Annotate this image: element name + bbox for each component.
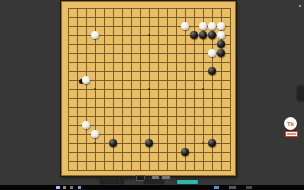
board-point[interactable] bbox=[153, 30, 162, 39]
board-point[interactable] bbox=[162, 21, 171, 30]
board-point[interactable] bbox=[207, 93, 216, 102]
board-point[interactable] bbox=[63, 3, 72, 12]
board-point[interactable] bbox=[153, 156, 162, 165]
board-point[interactable] bbox=[144, 102, 153, 111]
board-point[interactable] bbox=[108, 147, 117, 156]
board-point[interactable] bbox=[135, 111, 144, 120]
board-point[interactable] bbox=[72, 129, 81, 138]
board-point[interactable] bbox=[81, 21, 90, 30]
board-point[interactable] bbox=[126, 111, 135, 120]
board-point[interactable] bbox=[207, 39, 216, 48]
board-point[interactable] bbox=[189, 147, 198, 156]
board-point[interactable] bbox=[198, 3, 207, 12]
board-point[interactable] bbox=[144, 138, 153, 147]
board-point[interactable] bbox=[99, 3, 108, 12]
board-point[interactable] bbox=[162, 93, 171, 102]
board-point[interactable] bbox=[81, 84, 90, 93]
board-point[interactable] bbox=[153, 66, 162, 75]
board-point[interactable] bbox=[63, 93, 72, 102]
board-point[interactable] bbox=[198, 111, 207, 120]
board-point[interactable] bbox=[108, 21, 117, 30]
board-point[interactable] bbox=[171, 30, 180, 39]
board-point[interactable] bbox=[198, 165, 207, 174]
board-point[interactable] bbox=[117, 84, 126, 93]
board-point[interactable] bbox=[144, 12, 153, 21]
board-point[interactable] bbox=[207, 165, 216, 174]
board-point[interactable] bbox=[144, 57, 153, 66]
board-point[interactable] bbox=[198, 84, 207, 93]
board-point[interactable] bbox=[63, 102, 72, 111]
board-point[interactable] bbox=[135, 138, 144, 147]
board-point[interactable] bbox=[108, 111, 117, 120]
board-point[interactable] bbox=[216, 75, 225, 84]
board-point[interactable] bbox=[135, 57, 144, 66]
board-point[interactable] bbox=[99, 39, 108, 48]
board-point[interactable] bbox=[171, 66, 180, 75]
board-point[interactable] bbox=[144, 93, 153, 102]
board-point[interactable] bbox=[135, 39, 144, 48]
board-point[interactable] bbox=[144, 30, 153, 39]
board-point[interactable] bbox=[171, 120, 180, 129]
board-point[interactable] bbox=[216, 129, 225, 138]
board-point[interactable] bbox=[63, 111, 72, 120]
board-point[interactable] bbox=[99, 102, 108, 111]
board-point[interactable] bbox=[135, 21, 144, 30]
board-point[interactable] bbox=[207, 102, 216, 111]
board-point[interactable] bbox=[207, 156, 216, 165]
board-point[interactable] bbox=[81, 156, 90, 165]
board-point[interactable] bbox=[153, 12, 162, 21]
board-point[interactable] bbox=[153, 75, 162, 84]
board-point[interactable] bbox=[216, 138, 225, 147]
board-point[interactable] bbox=[180, 147, 189, 156]
board-point[interactable] bbox=[180, 102, 189, 111]
board-point[interactable] bbox=[171, 12, 180, 21]
board-point[interactable] bbox=[189, 84, 198, 93]
side-panel-handle[interactable] bbox=[297, 86, 304, 101]
board-point[interactable] bbox=[225, 21, 234, 30]
board-point[interactable] bbox=[153, 39, 162, 48]
nav-back-button[interactable] bbox=[100, 180, 124, 184]
board-point[interactable] bbox=[81, 102, 90, 111]
board-point[interactable] bbox=[63, 30, 72, 39]
board-point[interactable] bbox=[90, 165, 99, 174]
board-point[interactable] bbox=[162, 84, 171, 93]
board-point[interactable] bbox=[108, 93, 117, 102]
board-point[interactable] bbox=[135, 12, 144, 21]
board-point[interactable] bbox=[162, 75, 171, 84]
board-point[interactable] bbox=[153, 120, 162, 129]
board-point[interactable] bbox=[153, 21, 162, 30]
board-point[interactable] bbox=[171, 102, 180, 111]
board-point[interactable] bbox=[225, 39, 234, 48]
board-point[interactable] bbox=[90, 138, 99, 147]
board-point[interactable] bbox=[81, 66, 90, 75]
board-point[interactable] bbox=[144, 21, 153, 30]
board-point[interactable] bbox=[171, 57, 180, 66]
board-point[interactable] bbox=[81, 147, 90, 156]
board-point[interactable] bbox=[162, 165, 171, 174]
board-point[interactable] bbox=[171, 84, 180, 93]
board-point[interactable] bbox=[126, 93, 135, 102]
board-point[interactable] bbox=[135, 30, 144, 39]
board-point[interactable] bbox=[126, 138, 135, 147]
board-point[interactable] bbox=[225, 165, 234, 174]
board-point[interactable] bbox=[225, 93, 234, 102]
board-point[interactable] bbox=[207, 48, 216, 57]
board-point[interactable] bbox=[162, 39, 171, 48]
board-point[interactable] bbox=[207, 84, 216, 93]
board-point[interactable] bbox=[189, 75, 198, 84]
board-point[interactable] bbox=[198, 93, 207, 102]
board-point[interactable] bbox=[162, 12, 171, 21]
taskbar-item[interactable] bbox=[56, 186, 60, 189]
board-point[interactable] bbox=[72, 165, 81, 174]
board-point[interactable] bbox=[225, 30, 234, 39]
board-point[interactable] bbox=[108, 165, 117, 174]
board-point[interactable] bbox=[63, 165, 72, 174]
board-point[interactable] bbox=[144, 3, 153, 12]
board-point[interactable] bbox=[108, 66, 117, 75]
board-point[interactable] bbox=[198, 75, 207, 84]
board-point[interactable] bbox=[90, 21, 99, 30]
board-point[interactable] bbox=[81, 30, 90, 39]
board-point[interactable] bbox=[180, 48, 189, 57]
board-point[interactable] bbox=[180, 66, 189, 75]
board-point[interactable] bbox=[99, 84, 108, 93]
board-point[interactable] bbox=[144, 129, 153, 138]
board-point[interactable] bbox=[225, 3, 234, 12]
board-point[interactable] bbox=[153, 84, 162, 93]
board-point[interactable] bbox=[135, 156, 144, 165]
board-point[interactable] bbox=[126, 39, 135, 48]
board-point[interactable] bbox=[225, 129, 234, 138]
board-point[interactable] bbox=[72, 138, 81, 147]
board-point[interactable] bbox=[153, 111, 162, 120]
board-point[interactable] bbox=[108, 129, 117, 138]
board-point[interactable] bbox=[63, 48, 72, 57]
board-point[interactable] bbox=[90, 30, 99, 39]
board-point[interactable] bbox=[126, 147, 135, 156]
board-point[interactable] bbox=[225, 48, 234, 57]
board-point[interactable] bbox=[126, 84, 135, 93]
board-point[interactable] bbox=[72, 156, 81, 165]
board-point[interactable] bbox=[216, 111, 225, 120]
board-point[interactable] bbox=[99, 147, 108, 156]
board-point[interactable] bbox=[198, 48, 207, 57]
board-point[interactable] bbox=[207, 30, 216, 39]
board-point[interactable] bbox=[198, 129, 207, 138]
board-point[interactable] bbox=[72, 111, 81, 120]
board-point[interactable] bbox=[81, 57, 90, 66]
board-point[interactable] bbox=[81, 165, 90, 174]
board-point[interactable] bbox=[108, 57, 117, 66]
board-point[interactable] bbox=[81, 48, 90, 57]
board-point[interactable] bbox=[126, 129, 135, 138]
board-point[interactable] bbox=[144, 39, 153, 48]
nav-forward-button[interactable] bbox=[144, 180, 164, 184]
board-point[interactable] bbox=[180, 3, 189, 12]
board-point[interactable] bbox=[90, 48, 99, 57]
board-point[interactable] bbox=[216, 21, 225, 30]
board-point[interactable] bbox=[81, 138, 90, 147]
board-point[interactable] bbox=[72, 3, 81, 12]
board-point[interactable] bbox=[63, 57, 72, 66]
board-point[interactable] bbox=[189, 129, 198, 138]
board-point[interactable] bbox=[135, 66, 144, 75]
board-point[interactable] bbox=[207, 75, 216, 84]
board-point[interactable] bbox=[99, 21, 108, 30]
board-point[interactable] bbox=[90, 12, 99, 21]
board-point[interactable] bbox=[162, 57, 171, 66]
board-point[interactable] bbox=[153, 129, 162, 138]
board-point[interactable] bbox=[135, 75, 144, 84]
board-point[interactable] bbox=[225, 66, 234, 75]
board-point[interactable] bbox=[144, 75, 153, 84]
board-point[interactable] bbox=[72, 66, 81, 75]
board-point[interactable] bbox=[189, 30, 198, 39]
board-point[interactable] bbox=[216, 165, 225, 174]
board-point[interactable] bbox=[153, 93, 162, 102]
board-point[interactable] bbox=[126, 48, 135, 57]
board-point[interactable] bbox=[225, 138, 234, 147]
board-point[interactable] bbox=[189, 120, 198, 129]
board-point[interactable] bbox=[189, 39, 198, 48]
board-point[interactable] bbox=[117, 39, 126, 48]
board-point[interactable] bbox=[72, 48, 81, 57]
board-point[interactable] bbox=[72, 93, 81, 102]
board-point[interactable] bbox=[207, 3, 216, 12]
board-point[interactable] bbox=[225, 102, 234, 111]
board-point[interactable] bbox=[81, 39, 90, 48]
board-point[interactable] bbox=[189, 138, 198, 147]
board-point[interactable] bbox=[90, 84, 99, 93]
board-point[interactable] bbox=[198, 30, 207, 39]
board-point[interactable] bbox=[72, 84, 81, 93]
board-point[interactable] bbox=[153, 138, 162, 147]
board-point[interactable] bbox=[225, 111, 234, 120]
board-point[interactable] bbox=[135, 48, 144, 57]
taskbar[interactable] bbox=[0, 185, 304, 190]
board-point[interactable] bbox=[144, 147, 153, 156]
board-point[interactable] bbox=[117, 21, 126, 30]
board-point[interactable] bbox=[180, 138, 189, 147]
board-point[interactable] bbox=[117, 120, 126, 129]
board-point[interactable] bbox=[117, 102, 126, 111]
board-point[interactable] bbox=[171, 138, 180, 147]
taskbar-item[interactable] bbox=[229, 186, 236, 189]
board-point[interactable] bbox=[126, 12, 135, 21]
board-point[interactable] bbox=[162, 156, 171, 165]
board-point[interactable] bbox=[189, 93, 198, 102]
board-point[interactable] bbox=[189, 102, 198, 111]
board-point[interactable] bbox=[225, 57, 234, 66]
board-point[interactable] bbox=[81, 111, 90, 120]
board-point[interactable] bbox=[108, 138, 117, 147]
board-point[interactable] bbox=[189, 66, 198, 75]
board-point[interactable] bbox=[72, 147, 81, 156]
board-point[interactable] bbox=[180, 75, 189, 84]
board-point[interactable] bbox=[126, 66, 135, 75]
board-point[interactable] bbox=[180, 84, 189, 93]
board-point[interactable] bbox=[225, 75, 234, 84]
board-point[interactable] bbox=[63, 21, 72, 30]
board-point[interactable] bbox=[99, 138, 108, 147]
confirm-button[interactable] bbox=[177, 180, 198, 184]
board-point[interactable] bbox=[162, 129, 171, 138]
board-point[interactable] bbox=[162, 147, 171, 156]
board-point[interactable] bbox=[108, 156, 117, 165]
board-point[interactable] bbox=[189, 57, 198, 66]
board-point[interactable] bbox=[180, 93, 189, 102]
board-point[interactable] bbox=[198, 120, 207, 129]
board-point[interactable] bbox=[135, 84, 144, 93]
go-board[interactable] bbox=[61, 1, 236, 176]
board-point[interactable] bbox=[207, 21, 216, 30]
taskbar-item[interactable] bbox=[214, 186, 219, 189]
board-point[interactable] bbox=[144, 120, 153, 129]
board-point[interactable] bbox=[207, 111, 216, 120]
board-point[interactable] bbox=[171, 147, 180, 156]
board-point[interactable] bbox=[144, 156, 153, 165]
board-point[interactable] bbox=[72, 39, 81, 48]
board-point[interactable] bbox=[126, 102, 135, 111]
board-point[interactable] bbox=[99, 30, 108, 39]
board-point[interactable] bbox=[180, 39, 189, 48]
board-point[interactable] bbox=[117, 12, 126, 21]
board-point[interactable] bbox=[108, 48, 117, 57]
board-grid[interactable] bbox=[63, 3, 234, 174]
board-point[interactable] bbox=[153, 48, 162, 57]
board-point[interactable] bbox=[216, 156, 225, 165]
board-point[interactable] bbox=[225, 84, 234, 93]
board-point[interactable] bbox=[63, 12, 72, 21]
board-point[interactable] bbox=[216, 102, 225, 111]
board-point[interactable] bbox=[99, 156, 108, 165]
board-point[interactable] bbox=[189, 48, 198, 57]
board-point[interactable] bbox=[90, 39, 99, 48]
board-point[interactable] bbox=[198, 156, 207, 165]
board-point[interactable] bbox=[162, 3, 171, 12]
board-point[interactable] bbox=[171, 39, 180, 48]
board-point[interactable] bbox=[180, 129, 189, 138]
board-point[interactable] bbox=[225, 147, 234, 156]
board-point[interactable] bbox=[117, 48, 126, 57]
board-point[interactable] bbox=[90, 120, 99, 129]
board-point[interactable] bbox=[108, 3, 117, 12]
board-point[interactable] bbox=[180, 156, 189, 165]
board-point[interactable] bbox=[207, 147, 216, 156]
board-point[interactable] bbox=[90, 147, 99, 156]
board-point[interactable] bbox=[216, 12, 225, 21]
board-point[interactable] bbox=[90, 75, 99, 84]
board-point[interactable] bbox=[108, 12, 117, 21]
board-point[interactable] bbox=[117, 93, 126, 102]
board-point[interactable] bbox=[99, 12, 108, 21]
board-point[interactable] bbox=[162, 102, 171, 111]
board-point[interactable] bbox=[198, 138, 207, 147]
board-point[interactable] bbox=[216, 30, 225, 39]
board-point[interactable] bbox=[216, 66, 225, 75]
board-point[interactable] bbox=[126, 57, 135, 66]
board-point[interactable] bbox=[117, 147, 126, 156]
board-point[interactable] bbox=[81, 3, 90, 12]
taskbar-item[interactable] bbox=[63, 186, 66, 189]
board-point[interactable] bbox=[207, 129, 216, 138]
board-point[interactable] bbox=[99, 48, 108, 57]
board-point[interactable] bbox=[171, 48, 180, 57]
board-point[interactable] bbox=[180, 21, 189, 30]
board-point[interactable] bbox=[153, 147, 162, 156]
board-point[interactable] bbox=[216, 57, 225, 66]
board-point[interactable] bbox=[216, 48, 225, 57]
board-point[interactable] bbox=[117, 57, 126, 66]
board-point[interactable] bbox=[108, 120, 117, 129]
board-point[interactable] bbox=[81, 93, 90, 102]
board-point[interactable] bbox=[162, 30, 171, 39]
board-point[interactable] bbox=[189, 165, 198, 174]
board-point[interactable] bbox=[63, 66, 72, 75]
board-point[interactable] bbox=[225, 120, 234, 129]
board-point[interactable] bbox=[117, 138, 126, 147]
board-point[interactable] bbox=[126, 3, 135, 12]
board-point[interactable] bbox=[144, 66, 153, 75]
board-point[interactable] bbox=[153, 102, 162, 111]
board-point[interactable] bbox=[171, 3, 180, 12]
board-point[interactable] bbox=[90, 102, 99, 111]
board-point[interactable] bbox=[99, 75, 108, 84]
board-point[interactable] bbox=[72, 30, 81, 39]
board-point[interactable] bbox=[198, 12, 207, 21]
board-point[interactable] bbox=[171, 165, 180, 174]
board-point[interactable] bbox=[189, 156, 198, 165]
board-point[interactable] bbox=[63, 84, 72, 93]
board-point[interactable] bbox=[126, 165, 135, 174]
board-point[interactable] bbox=[99, 129, 108, 138]
board-point[interactable] bbox=[189, 21, 198, 30]
board-point[interactable] bbox=[126, 21, 135, 30]
board-point[interactable] bbox=[144, 111, 153, 120]
board-point[interactable] bbox=[99, 120, 108, 129]
board-point[interactable] bbox=[180, 120, 189, 129]
board-point[interactable] bbox=[72, 102, 81, 111]
board-point[interactable] bbox=[189, 111, 198, 120]
board-point[interactable] bbox=[99, 111, 108, 120]
board-point[interactable] bbox=[171, 21, 180, 30]
board-point[interactable] bbox=[63, 39, 72, 48]
board-point[interactable] bbox=[126, 30, 135, 39]
board-point[interactable] bbox=[162, 138, 171, 147]
board-point[interactable] bbox=[90, 111, 99, 120]
board-point[interactable] bbox=[90, 66, 99, 75]
board-point[interactable] bbox=[198, 66, 207, 75]
board-point[interactable] bbox=[207, 66, 216, 75]
board-point[interactable] bbox=[144, 165, 153, 174]
board-point[interactable] bbox=[153, 57, 162, 66]
board-point[interactable] bbox=[198, 57, 207, 66]
board-point[interactable] bbox=[90, 3, 99, 12]
board-point[interactable] bbox=[198, 147, 207, 156]
board-point[interactable] bbox=[171, 156, 180, 165]
board-point[interactable] bbox=[180, 111, 189, 120]
board-point[interactable] bbox=[81, 120, 90, 129]
board-point[interactable] bbox=[63, 138, 72, 147]
board-point[interactable] bbox=[135, 147, 144, 156]
board-point[interactable] bbox=[90, 93, 99, 102]
board-point[interactable] bbox=[180, 165, 189, 174]
board-point[interactable] bbox=[225, 12, 234, 21]
board-point[interactable] bbox=[189, 12, 198, 21]
